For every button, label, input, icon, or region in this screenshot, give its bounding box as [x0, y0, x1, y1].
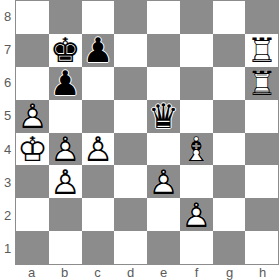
- square-f2[interactable]: ♟♙: [180, 198, 213, 231]
- square-a8[interactable]: [16, 1, 49, 34]
- square-a6[interactable]: [16, 67, 49, 100]
- square-a7[interactable]: [16, 34, 49, 67]
- square-e3[interactable]: ♟♙: [147, 165, 180, 198]
- white-rook-glyph-outline: ♖: [245, 67, 278, 100]
- square-h7[interactable]: ♜♖: [245, 34, 278, 67]
- white-pawn-glyph-fill: ♟: [49, 165, 82, 198]
- white-pawn-glyph-outline: ♙: [49, 165, 82, 198]
- file-label-h: h: [246, 264, 279, 280]
- square-c8[interactable]: [82, 1, 115, 34]
- square-a1[interactable]: [16, 231, 49, 264]
- white-pawn-glyph-outline: ♙: [82, 133, 115, 166]
- piece-white-pawn[interactable]: ♟♙: [49, 165, 82, 198]
- rank-label-6: 6: [0, 66, 15, 99]
- chess-diagram: 87654321 ♚♟♜♖♟♜♖♟♙♛♚♔♟♙♟♙♝♗♟♙♟♙♟♙ abcdef…: [0, 0, 280, 280]
- square-b8[interactable]: [49, 1, 82, 34]
- square-h6[interactable]: ♜♖: [245, 67, 278, 100]
- square-b4[interactable]: ♟♙: [49, 133, 82, 166]
- rank-label-7: 7: [0, 33, 15, 66]
- square-d6[interactable]: [114, 67, 147, 100]
- piece-white-pawn[interactable]: ♟♙: [16, 100, 49, 133]
- white-bishop-glyph-fill: ♝: [180, 133, 213, 166]
- white-pawn-glyph-fill: ♟: [16, 100, 49, 133]
- square-d3[interactable]: [114, 165, 147, 198]
- black-queen-glyph: ♛: [147, 100, 180, 133]
- piece-white-pawn[interactable]: ♟♙: [180, 198, 213, 231]
- square-e4[interactable]: [147, 133, 180, 166]
- white-pawn-glyph-fill: ♟: [180, 198, 213, 231]
- white-king-glyph-fill: ♚: [16, 133, 49, 166]
- square-d1[interactable]: [114, 231, 147, 264]
- rank-label-2: 2: [0, 199, 15, 232]
- square-c3[interactable]: [82, 165, 115, 198]
- square-e1[interactable]: [147, 231, 180, 264]
- square-f7[interactable]: [180, 34, 213, 67]
- file-label-d: d: [114, 264, 147, 280]
- square-e7[interactable]: [147, 34, 180, 67]
- white-pawn-glyph-fill: ♟: [82, 133, 115, 166]
- white-rook-glyph-fill: ♜: [245, 34, 278, 67]
- square-b1[interactable]: [49, 231, 82, 264]
- square-f3[interactable]: [180, 165, 213, 198]
- black-king-glyph: ♚: [49, 34, 82, 67]
- square-g7[interactable]: [213, 34, 246, 67]
- square-g8[interactable]: [213, 1, 246, 34]
- rank-label-3: 3: [0, 166, 15, 199]
- piece-white-rook[interactable]: ♜♖: [245, 34, 278, 67]
- file-label-c: c: [81, 264, 114, 280]
- square-d4[interactable]: [114, 133, 147, 166]
- black-pawn-glyph: ♟: [82, 34, 115, 67]
- square-c4[interactable]: ♟♙: [82, 133, 115, 166]
- square-h1[interactable]: [245, 231, 278, 264]
- piece-black-pawn[interactable]: ♟: [82, 34, 115, 67]
- rank-label-1: 1: [0, 232, 15, 265]
- square-a3[interactable]: [16, 165, 49, 198]
- square-h2[interactable]: [245, 198, 278, 231]
- square-c1[interactable]: [82, 231, 115, 264]
- white-rook-glyph-outline: ♖: [245, 34, 278, 67]
- square-e2[interactable]: [147, 198, 180, 231]
- square-a2[interactable]: [16, 198, 49, 231]
- square-e5[interactable]: ♛: [147, 100, 180, 133]
- white-pawn-glyph-fill: ♟: [49, 133, 82, 166]
- white-king-glyph-outline: ♔: [16, 133, 49, 166]
- square-g2[interactable]: [213, 198, 246, 231]
- chess-board: ♚♟♜♖♟♜♖♟♙♛♚♔♟♙♟♙♝♗♟♙♟♙♟♙: [15, 0, 279, 265]
- piece-white-pawn[interactable]: ♟♙: [49, 133, 82, 166]
- square-b6[interactable]: ♟: [49, 67, 82, 100]
- square-d5[interactable]: [114, 100, 147, 133]
- rank-label-8: 8: [0, 0, 15, 33]
- square-h4[interactable]: [245, 133, 278, 166]
- square-c6[interactable]: [82, 67, 115, 100]
- white-rook-glyph-fill: ♜: [245, 67, 278, 100]
- square-b3[interactable]: ♟♙: [49, 165, 82, 198]
- square-h5[interactable]: [245, 100, 278, 133]
- square-c2[interactable]: [82, 198, 115, 231]
- file-label-f: f: [180, 264, 213, 280]
- piece-white-bishop[interactable]: ♝♗: [180, 133, 213, 166]
- rank-labels: 87654321: [0, 0, 15, 265]
- rank-label-4: 4: [0, 133, 15, 166]
- rank-label-5: 5: [0, 99, 15, 132]
- square-g3[interactable]: [213, 165, 246, 198]
- square-f8[interactable]: [180, 1, 213, 34]
- piece-black-queen[interactable]: ♛: [147, 100, 180, 133]
- square-g4[interactable]: [213, 133, 246, 166]
- white-pawn-glyph-outline: ♙: [16, 100, 49, 133]
- piece-black-pawn[interactable]: ♟: [49, 67, 82, 100]
- square-f4[interactable]: ♝♗: [180, 133, 213, 166]
- square-f1[interactable]: [180, 231, 213, 264]
- white-bishop-glyph-outline: ♗: [180, 133, 213, 166]
- file-labels: abcdefgh: [15, 264, 279, 280]
- file-label-a: a: [15, 264, 48, 280]
- square-g5[interactable]: [213, 100, 246, 133]
- piece-white-pawn[interactable]: ♟♙: [82, 133, 115, 166]
- white-pawn-glyph-outline: ♙: [180, 198, 213, 231]
- piece-black-king[interactable]: ♚: [49, 34, 82, 67]
- square-b7[interactable]: ♚: [49, 34, 82, 67]
- black-pawn-glyph: ♟: [49, 67, 82, 100]
- piece-white-rook[interactable]: ♜♖: [245, 67, 278, 100]
- square-h3[interactable]: [245, 165, 278, 198]
- square-e8[interactable]: [147, 1, 180, 34]
- piece-white-king[interactable]: ♚♔: [16, 133, 49, 166]
- square-d7[interactable]: [114, 34, 147, 67]
- square-f6[interactable]: [180, 67, 213, 100]
- file-label-g: g: [213, 264, 246, 280]
- square-f5[interactable]: [180, 100, 213, 133]
- piece-white-pawn[interactable]: ♟♙: [147, 165, 180, 198]
- file-label-b: b: [48, 264, 81, 280]
- square-c5[interactable]: [82, 100, 115, 133]
- square-b5[interactable]: [49, 100, 82, 133]
- file-label-e: e: [147, 264, 180, 280]
- square-a4[interactable]: ♚♔: [16, 133, 49, 166]
- square-g1[interactable]: [213, 231, 246, 264]
- white-pawn-glyph-outline: ♙: [147, 165, 180, 198]
- square-h8[interactable]: [245, 1, 278, 34]
- square-b2[interactable]: [49, 198, 82, 231]
- square-g6[interactable]: [213, 67, 246, 100]
- square-c7[interactable]: ♟: [82, 34, 115, 67]
- white-pawn-glyph-fill: ♟: [147, 165, 180, 198]
- square-a5[interactable]: ♟♙: [16, 100, 49, 133]
- square-e6[interactable]: [147, 67, 180, 100]
- square-d8[interactable]: [114, 1, 147, 34]
- square-d2[interactable]: [114, 198, 147, 231]
- white-pawn-glyph-outline: ♙: [49, 133, 82, 166]
